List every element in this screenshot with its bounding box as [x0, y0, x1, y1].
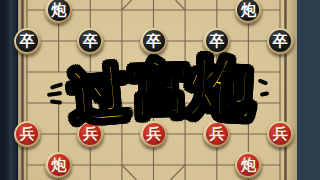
black-piece-face: 炮 [237, 0, 259, 21]
piece-red-pawn[interactable]: 兵 [77, 121, 104, 148]
piece-red-pawn[interactable]: 兵 [14, 121, 41, 148]
piece-red-cannon[interactable]: 炮 [235, 152, 262, 179]
piece-black-pawn[interactable]: 卒 [267, 28, 294, 55]
piece-red-pawn[interactable]: 兵 [203, 121, 230, 148]
pawn-glyph: 卒 [20, 34, 35, 49]
cannon-glyph: 炮 [51, 3, 66, 18]
black-piece-face: 卒 [79, 30, 101, 52]
black-piece-face: 卒 [16, 30, 38, 52]
cannon-glyph: 炮 [241, 3, 256, 18]
pawn-glyph: 兵 [146, 127, 161, 142]
pawn-glyph: 卒 [273, 34, 288, 49]
pawn-glyph: 兵 [273, 127, 288, 142]
piece-red-cannon[interactable]: 炮 [45, 152, 72, 179]
pawn-glyph: 卒 [209, 34, 224, 49]
red-piece-face: 兵 [206, 123, 228, 145]
red-piece-face: 炮 [237, 154, 259, 176]
piece-black-cannon[interactable]: 炮 [235, 0, 262, 24]
piece-black-pawn[interactable]: 卒 [203, 28, 230, 55]
black-piece-face: 卒 [143, 30, 165, 52]
piece-black-cannon[interactable]: 炮 [45, 0, 72, 24]
red-piece-face: 兵 [143, 123, 165, 145]
video-frame: 炮炮卒卒卒卒卒兵兵兵兵兵炮炮 过 宫 炮 [0, 0, 320, 180]
right-letterbox-bar [297, 0, 320, 180]
xiangqi-board[interactable]: 炮炮卒卒卒卒卒兵兵兵兵兵炮炮 [18, 0, 297, 180]
piece-red-pawn[interactable]: 兵 [267, 121, 294, 148]
red-piece-face: 炮 [48, 154, 70, 176]
black-piece-face: 炮 [48, 0, 70, 21]
piece-red-pawn[interactable]: 兵 [140, 121, 167, 148]
piece-black-pawn[interactable]: 卒 [14, 28, 41, 55]
pawn-glyph: 兵 [83, 127, 98, 142]
red-piece-face: 兵 [269, 123, 291, 145]
pawn-glyph: 卒 [83, 34, 98, 49]
pawn-glyph: 卒 [146, 34, 161, 49]
red-piece-face: 兵 [79, 123, 101, 145]
cannon-glyph: 炮 [241, 158, 256, 173]
left-letterbox-bar [0, 0, 18, 180]
black-piece-face: 卒 [206, 30, 228, 52]
pawn-glyph: 兵 [20, 127, 35, 142]
piece-black-pawn[interactable]: 卒 [140, 28, 167, 55]
cannon-glyph: 炮 [51, 158, 66, 173]
pawn-glyph: 兵 [209, 127, 224, 142]
black-piece-face: 卒 [269, 30, 291, 52]
red-piece-face: 兵 [16, 123, 38, 145]
piece-black-pawn[interactable]: 卒 [77, 28, 104, 55]
